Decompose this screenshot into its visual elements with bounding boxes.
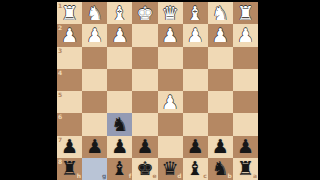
piece-white-knight[interactable]: ♞ bbox=[86, 3, 103, 22]
square-b2[interactable]: ♟ bbox=[208, 24, 233, 46]
piece-white-pawn[interactable]: ♟ bbox=[187, 25, 204, 44]
square-e1[interactable]: ♚ bbox=[132, 2, 157, 24]
square-g3[interactable] bbox=[82, 47, 107, 69]
piece-black-pawn[interactable]: ♟ bbox=[212, 137, 229, 156]
piece-black-bishop[interactable]: ♝ bbox=[111, 159, 128, 178]
square-b4[interactable] bbox=[208, 69, 233, 91]
square-g2[interactable]: ♟ bbox=[82, 24, 107, 46]
square-f6[interactable]: ♞ bbox=[107, 113, 132, 135]
square-a4[interactable] bbox=[233, 69, 258, 91]
square-a7[interactable]: ♟ bbox=[233, 136, 258, 158]
piece-white-pawn[interactable]: ♟ bbox=[212, 25, 229, 44]
chess-board: ♜1♞♝♚♛♝♞♜♟2♟♟♟♟♟♟345♟6♞♟7♟♟♟♟♟♟♜8hg♝f♚e♛… bbox=[57, 2, 258, 180]
square-a2[interactable]: ♟ bbox=[233, 24, 258, 46]
square-b6[interactable] bbox=[208, 113, 233, 135]
square-b3[interactable] bbox=[208, 47, 233, 69]
square-f1[interactable]: ♝ bbox=[107, 2, 132, 24]
rank-label-6: 6 bbox=[58, 114, 62, 120]
square-g7[interactable]: ♟ bbox=[82, 136, 107, 158]
square-e2[interactable] bbox=[132, 24, 157, 46]
square-d4[interactable] bbox=[158, 69, 183, 91]
piece-white-pawn[interactable]: ♟ bbox=[162, 25, 179, 44]
piece-black-rook[interactable]: ♜ bbox=[237, 159, 254, 178]
square-f2[interactable]: ♟ bbox=[107, 24, 132, 46]
square-c2[interactable]: ♟ bbox=[183, 24, 208, 46]
square-d5[interactable]: ♟ bbox=[158, 91, 183, 113]
square-d2[interactable]: ♟ bbox=[158, 24, 183, 46]
piece-black-pawn[interactable]: ♟ bbox=[187, 137, 204, 156]
square-c8[interactable]: ♝c bbox=[183, 158, 208, 180]
square-e6[interactable] bbox=[132, 113, 157, 135]
square-h4[interactable]: 4 bbox=[57, 69, 82, 91]
piece-white-pawn[interactable]: ♟ bbox=[162, 92, 179, 111]
square-a1[interactable]: ♜ bbox=[233, 2, 258, 24]
square-g1[interactable]: ♞ bbox=[82, 2, 107, 24]
square-c5[interactable] bbox=[183, 91, 208, 113]
square-b5[interactable] bbox=[208, 91, 233, 113]
piece-white-pawn[interactable]: ♟ bbox=[61, 25, 78, 44]
piece-black-queen[interactable]: ♛ bbox=[162, 159, 179, 178]
piece-black-rook[interactable]: ♜ bbox=[61, 159, 78, 178]
file-label-f: f bbox=[129, 173, 132, 179]
piece-white-queen[interactable]: ♛ bbox=[162, 3, 179, 22]
square-a6[interactable] bbox=[233, 113, 258, 135]
piece-white-bishop[interactable]: ♝ bbox=[187, 3, 204, 22]
square-c3[interactable] bbox=[183, 47, 208, 69]
piece-white-pawn[interactable]: ♟ bbox=[111, 25, 128, 44]
square-e7[interactable]: ♟ bbox=[132, 136, 157, 158]
piece-black-knight[interactable]: ♞ bbox=[212, 159, 229, 178]
piece-black-pawn[interactable]: ♟ bbox=[61, 137, 78, 156]
piece-white-rook[interactable]: ♜ bbox=[61, 3, 78, 22]
square-e3[interactable] bbox=[132, 47, 157, 69]
piece-white-pawn[interactable]: ♟ bbox=[86, 25, 103, 44]
square-h3[interactable]: 3 bbox=[57, 47, 82, 69]
rank-label-4: 4 bbox=[58, 70, 62, 76]
square-h2[interactable]: ♟2 bbox=[57, 24, 82, 46]
square-b1[interactable]: ♞ bbox=[208, 2, 233, 24]
square-d3[interactable] bbox=[158, 47, 183, 69]
rank-label-3: 3 bbox=[58, 48, 62, 54]
piece-black-king[interactable]: ♚ bbox=[136, 159, 153, 178]
square-e5[interactable] bbox=[132, 91, 157, 113]
square-a3[interactable] bbox=[233, 47, 258, 69]
square-g6[interactable] bbox=[82, 113, 107, 135]
piece-black-pawn[interactable]: ♟ bbox=[86, 137, 103, 156]
square-h6[interactable]: 6 bbox=[57, 113, 82, 135]
square-f8[interactable]: ♝f bbox=[107, 158, 132, 180]
piece-white-king[interactable]: ♚ bbox=[136, 3, 153, 22]
piece-black-pawn[interactable]: ♟ bbox=[111, 137, 128, 156]
square-f4[interactable] bbox=[107, 69, 132, 91]
piece-white-knight[interactable]: ♞ bbox=[212, 3, 229, 22]
square-g8[interactable]: g bbox=[82, 158, 107, 180]
square-d6[interactable] bbox=[158, 113, 183, 135]
square-d1[interactable]: ♛ bbox=[158, 2, 183, 24]
piece-white-rook[interactable]: ♜ bbox=[237, 3, 254, 22]
piece-black-pawn[interactable]: ♟ bbox=[237, 137, 254, 156]
square-c4[interactable] bbox=[183, 69, 208, 91]
file-label-c: c bbox=[203, 173, 207, 179]
square-b7[interactable]: ♟ bbox=[208, 136, 233, 158]
square-f3[interactable] bbox=[107, 47, 132, 69]
square-g5[interactable] bbox=[82, 91, 107, 113]
square-g4[interactable] bbox=[82, 69, 107, 91]
rank-label-5: 5 bbox=[58, 92, 62, 98]
app-background: ♜1♞♝♚♛♝♞♜♟2♟♟♟♟♟♟345♟6♞♟7♟♟♟♟♟♟♜8hg♝f♚e♛… bbox=[0, 0, 320, 180]
square-h7[interactable]: ♟7 bbox=[57, 136, 82, 158]
square-e8[interactable]: ♚e bbox=[132, 158, 157, 180]
square-d7[interactable] bbox=[158, 136, 183, 158]
square-b8[interactable]: ♞b bbox=[208, 158, 233, 180]
file-label-g: g bbox=[102, 173, 106, 179]
square-e4[interactable] bbox=[132, 69, 157, 91]
square-h1[interactable]: ♜1 bbox=[57, 2, 82, 24]
piece-black-pawn[interactable]: ♟ bbox=[136, 137, 153, 156]
piece-black-bishop[interactable]: ♝ bbox=[187, 159, 204, 178]
square-c6[interactable] bbox=[183, 113, 208, 135]
square-d8[interactable]: ♛d bbox=[158, 158, 183, 180]
square-h5[interactable]: 5 bbox=[57, 91, 82, 113]
square-a5[interactable] bbox=[233, 91, 258, 113]
square-a8[interactable]: ♜a bbox=[233, 158, 258, 180]
square-f5[interactable] bbox=[107, 91, 132, 113]
piece-white-bishop[interactable]: ♝ bbox=[111, 3, 128, 22]
piece-black-knight[interactable]: ♞ bbox=[111, 114, 128, 133]
square-f7[interactable]: ♟ bbox=[107, 136, 132, 158]
square-c1[interactable]: ♝ bbox=[183, 2, 208, 24]
square-h8[interactable]: ♜8h bbox=[57, 158, 82, 180]
square-c7[interactable]: ♟ bbox=[183, 136, 208, 158]
piece-white-pawn[interactable]: ♟ bbox=[237, 25, 254, 44]
